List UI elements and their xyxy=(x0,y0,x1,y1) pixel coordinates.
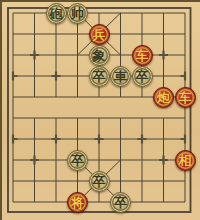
piece-red-cannon[interactable]: 炮 xyxy=(153,87,174,108)
piece-olive-soldier[interactable]: 卒 xyxy=(89,66,110,87)
piece-olive-general[interactable]: 帅 xyxy=(67,3,88,24)
board[interactable]: 砲帅兵象车卒車卒炮车卒相卒将卒 xyxy=(2,3,196,213)
piece-red-chariot[interactable]: 车 xyxy=(132,45,153,66)
xiangqi-board-screenshot: 砲帅兵象车卒車卒炮车卒相卒将卒 xyxy=(0,0,200,220)
piece-olive-chariot[interactable]: 車 xyxy=(110,66,131,87)
piece-olive-elephant[interactable]: 象 xyxy=(89,45,110,66)
piece-olive-soldier[interactable]: 卒 xyxy=(67,150,88,171)
piece-red-elephant[interactable]: 相 xyxy=(175,150,196,171)
piece-red-chariot[interactable]: 车 xyxy=(175,87,196,108)
piece-olive-soldier[interactable]: 卒 xyxy=(110,192,131,213)
piece-olive-soldier[interactable]: 卒 xyxy=(89,171,110,192)
piece-red-soldier[interactable]: 兵 xyxy=(89,24,110,45)
piece-red-general[interactable]: 将 xyxy=(67,192,88,213)
piece-olive-cannon[interactable]: 砲 xyxy=(46,3,67,24)
piece-olive-soldier[interactable]: 卒 xyxy=(132,66,153,87)
